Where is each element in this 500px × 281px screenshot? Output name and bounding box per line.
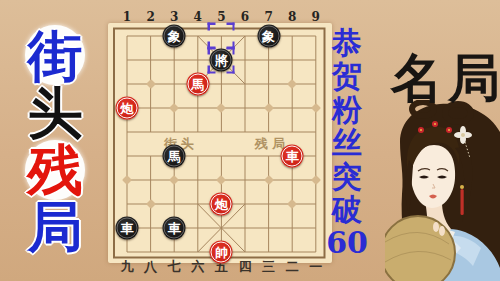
piece-glyph: 帥 bbox=[211, 242, 232, 263]
file-label-top: 3 bbox=[170, 10, 178, 24]
piece-black-chariot[interactable]: 車 bbox=[116, 217, 139, 240]
banner-character: 突 bbox=[332, 162, 362, 192]
piece-glyph: 車 bbox=[282, 146, 303, 167]
banner-character: 粉 bbox=[332, 95, 362, 125]
piece-glyph: 馬 bbox=[187, 74, 208, 95]
file-label-top: 2 bbox=[146, 10, 154, 24]
file-label-top: 4 bbox=[194, 10, 202, 24]
banner-character: 破 bbox=[332, 195, 362, 225]
file-label-bottom: 四 bbox=[239, 258, 252, 276]
file-label-bottom: 七 bbox=[168, 258, 181, 276]
file-label-bottom: 一 bbox=[309, 258, 322, 276]
woman-with-fan-illustration bbox=[385, 100, 500, 281]
banner-character: 贺 bbox=[332, 61, 362, 91]
banner-character: 恭 bbox=[332, 28, 362, 58]
piece-black-horse[interactable]: 馬 bbox=[163, 145, 186, 168]
file-label-bottom: 二 bbox=[286, 258, 299, 276]
file-label-top: 6 bbox=[241, 10, 249, 24]
piece-red-cannon[interactable]: 炮 bbox=[116, 97, 139, 120]
move-marker bbox=[208, 23, 235, 50]
piece-glyph: 馬 bbox=[164, 146, 185, 167]
piece-glyph: 炮 bbox=[117, 98, 138, 119]
banner-character: 丝 bbox=[332, 128, 362, 158]
piece-glyph: 將 bbox=[211, 50, 232, 71]
file-label-bottom: 六 bbox=[191, 258, 204, 276]
file-label-top: 7 bbox=[264, 10, 272, 24]
file-label-top: 9 bbox=[312, 10, 320, 24]
file-label-bottom: 九 bbox=[121, 258, 134, 276]
piece-red-cannon[interactable]: 炮 bbox=[210, 193, 233, 216]
banner-character: 60 bbox=[326, 228, 368, 258]
video-card: 街头残局 街头 残局 123456789九八七六五四三二一 象象將馬炮馬車炮車車… bbox=[0, 0, 500, 281]
file-label-bottom: 三 bbox=[262, 258, 275, 276]
piece-black-chariot[interactable]: 車 bbox=[163, 217, 186, 240]
piece-black-general[interactable]: 將 bbox=[210, 49, 233, 72]
piece-red-chariot[interactable]: 車 bbox=[281, 145, 304, 168]
piece-glyph: 象 bbox=[164, 26, 185, 47]
piece-black-elephant[interactable]: 象 bbox=[163, 25, 186, 48]
file-label-bottom: 八 bbox=[144, 258, 157, 276]
piece-glyph: 車 bbox=[164, 218, 185, 239]
piece-red-horse[interactable]: 馬 bbox=[186, 73, 209, 96]
piece-glyph: 象 bbox=[258, 26, 279, 47]
piece-glyph: 車 bbox=[117, 218, 138, 239]
piece-black-elephant[interactable]: 象 bbox=[257, 25, 280, 48]
file-label-top: 1 bbox=[123, 10, 131, 24]
caption-mingju: 名局 bbox=[391, 52, 500, 104]
piece-glyph: 炮 bbox=[211, 194, 232, 215]
file-label-top: 8 bbox=[288, 10, 296, 24]
piece-red-general[interactable]: 帥 bbox=[210, 241, 233, 264]
